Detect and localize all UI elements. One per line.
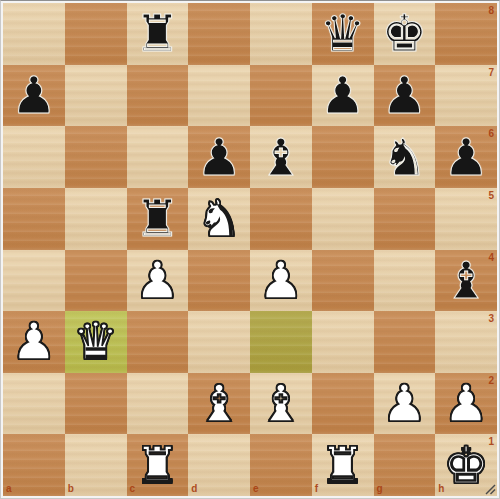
- square-c4[interactable]: ♟: [127, 250, 189, 312]
- square-e6[interactable]: ♝: [250, 126, 312, 188]
- square-g3[interactable]: [374, 311, 436, 373]
- white-queen-b3[interactable]: ♛: [73, 316, 119, 367]
- square-d2[interactable]: ♝: [188, 373, 250, 435]
- square-d1[interactable]: d: [188, 434, 250, 496]
- square-c3[interactable]: [127, 311, 189, 373]
- white-pawn-a3[interactable]: ♟: [11, 316, 57, 367]
- square-h6[interactable]: 6♟: [435, 126, 497, 188]
- square-h2[interactable]: 2♟: [435, 373, 497, 435]
- black-knight-g6[interactable]: ♞: [382, 132, 428, 183]
- rank-label-7: 7: [488, 67, 494, 78]
- file-label-f: f: [315, 483, 318, 494]
- file-label-e: e: [253, 483, 259, 494]
- square-d8[interactable]: [188, 3, 250, 65]
- square-f8[interactable]: ♛: [312, 3, 374, 65]
- square-d5[interactable]: ♞: [188, 188, 250, 250]
- square-f7[interactable]: ♟: [312, 65, 374, 127]
- square-e4[interactable]: ♟: [250, 250, 312, 312]
- black-king-g8[interactable]: ♚: [382, 8, 428, 59]
- square-b5[interactable]: [65, 188, 127, 250]
- black-pawn-a7[interactable]: ♟: [11, 70, 57, 121]
- rank-label-6: 6: [488, 128, 494, 139]
- black-rook-c8[interactable]: ♜: [135, 8, 181, 59]
- chess-board-frame: ♜♛♚8♟♟♟7♟♝♞6♟♜♞5♟♟4♝♟♛3♝♝♟2♟abc♜def♜g1h♚: [0, 0, 500, 499]
- square-d7[interactable]: [188, 65, 250, 127]
- square-b4[interactable]: [65, 250, 127, 312]
- square-h5[interactable]: 5: [435, 188, 497, 250]
- black-bishop-e6[interactable]: ♝: [258, 132, 304, 183]
- rank-label-3: 3: [488, 313, 494, 324]
- square-e1[interactable]: e: [250, 434, 312, 496]
- file-label-b: b: [68, 483, 74, 494]
- file-label-d: d: [191, 483, 197, 494]
- square-c2[interactable]: [127, 373, 189, 435]
- white-bishop-d2[interactable]: ♝: [196, 378, 242, 429]
- square-e8[interactable]: [250, 3, 312, 65]
- white-king-h1[interactable]: ♚: [443, 440, 489, 491]
- square-f5[interactable]: [312, 188, 374, 250]
- square-c6[interactable]: [127, 126, 189, 188]
- rank-label-1: 1: [488, 436, 494, 447]
- white-pawn-c4[interactable]: ♟: [135, 255, 181, 306]
- square-b7[interactable]: [65, 65, 127, 127]
- square-c5[interactable]: ♜: [127, 188, 189, 250]
- square-e2[interactable]: ♝: [250, 373, 312, 435]
- black-queen-f8[interactable]: ♛: [320, 8, 366, 59]
- square-f6[interactable]: [312, 126, 374, 188]
- chess-board: ♜♛♚8♟♟♟7♟♝♞6♟♜♞5♟♟4♝♟♛3♝♝♟2♟abc♜def♜g1h♚: [3, 3, 497, 496]
- square-d4[interactable]: [188, 250, 250, 312]
- white-rook-c1[interactable]: ♜: [135, 440, 181, 491]
- square-h4[interactable]: 4♝: [435, 250, 497, 312]
- white-pawn-g2[interactable]: ♟: [382, 378, 428, 429]
- square-f2[interactable]: [312, 373, 374, 435]
- resize-handle-icon[interactable]: [484, 483, 496, 495]
- file-label-a: a: [6, 483, 12, 494]
- square-g8[interactable]: ♚: [374, 3, 436, 65]
- black-bishop-h4[interactable]: ♝: [443, 255, 489, 306]
- square-e7[interactable]: [250, 65, 312, 127]
- white-knight-d5[interactable]: ♞: [196, 193, 242, 244]
- square-b8[interactable]: [65, 3, 127, 65]
- black-pawn-g7[interactable]: ♟: [382, 70, 428, 121]
- square-h8[interactable]: 8: [435, 3, 497, 65]
- white-bishop-e2[interactable]: ♝: [258, 378, 304, 429]
- square-c7[interactable]: [127, 65, 189, 127]
- square-a3[interactable]: ♟: [3, 311, 65, 373]
- square-a5[interactable]: [3, 188, 65, 250]
- square-a4[interactable]: [3, 250, 65, 312]
- rank-label-8: 8: [488, 5, 494, 16]
- square-b2[interactable]: [65, 373, 127, 435]
- square-e3[interactable]: [250, 311, 312, 373]
- white-rook-f1[interactable]: ♜: [320, 440, 366, 491]
- square-g7[interactable]: ♟: [374, 65, 436, 127]
- square-g6[interactable]: ♞: [374, 126, 436, 188]
- square-e5[interactable]: [250, 188, 312, 250]
- square-a8[interactable]: [3, 3, 65, 65]
- square-d6[interactable]: ♟: [188, 126, 250, 188]
- square-g5[interactable]: [374, 188, 436, 250]
- square-d3[interactable]: [188, 311, 250, 373]
- square-f4[interactable]: [312, 250, 374, 312]
- square-a2[interactable]: [3, 373, 65, 435]
- square-a6[interactable]: [3, 126, 65, 188]
- square-b1[interactable]: b: [65, 434, 127, 496]
- white-pawn-e4[interactable]: ♟: [258, 255, 304, 306]
- square-f3[interactable]: [312, 311, 374, 373]
- square-c8[interactable]: ♜: [127, 3, 189, 65]
- black-pawn-f7[interactable]: ♟: [320, 70, 366, 121]
- rank-label-2: 2: [488, 375, 494, 386]
- square-f1[interactable]: f♜: [312, 434, 374, 496]
- square-c1[interactable]: c♜: [127, 434, 189, 496]
- square-h3[interactable]: 3: [435, 311, 497, 373]
- rank-label-4: 4: [488, 252, 494, 263]
- square-b3[interactable]: ♛: [65, 311, 127, 373]
- square-h7[interactable]: 7: [435, 65, 497, 127]
- file-label-g: g: [377, 483, 383, 494]
- square-g4[interactable]: [374, 250, 436, 312]
- rank-label-5: 5: [488, 190, 494, 201]
- square-b6[interactable]: [65, 126, 127, 188]
- square-g2[interactable]: ♟: [374, 373, 436, 435]
- black-pawn-h6[interactable]: ♟: [443, 132, 489, 183]
- black-rook-c5[interactable]: ♜: [135, 193, 181, 244]
- black-pawn-d6[interactable]: ♟: [196, 132, 242, 183]
- square-g1[interactable]: g: [374, 434, 436, 496]
- square-a1[interactable]: a: [3, 434, 65, 496]
- square-a7[interactable]: ♟: [3, 65, 65, 127]
- white-pawn-h2[interactable]: ♟: [443, 378, 489, 429]
